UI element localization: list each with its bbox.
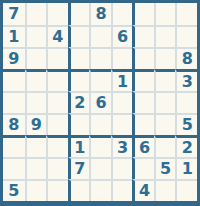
cell-r8c2[interactable]: [25, 157, 47, 179]
cell-r6c9[interactable]: 5: [175, 113, 197, 135]
cell-r2c6[interactable]: 6: [111, 25, 133, 47]
given-digit: 5: [8, 183, 19, 199]
given-digit: 3: [117, 140, 128, 156]
cell-r4c5[interactable]: [89, 69, 111, 91]
given-digit: 4: [139, 183, 150, 199]
cell-r2c1[interactable]: 1: [3, 25, 25, 47]
cell-r6c1[interactable]: 8: [3, 113, 25, 135]
given-digit: 7: [74, 161, 85, 177]
given-digit: 1: [8, 29, 19, 45]
cell-r1c7[interactable]: [132, 3, 154, 25]
cell-r7c8[interactable]: [154, 135, 176, 157]
cell-r2c4[interactable]: [68, 25, 90, 47]
cell-r1c9[interactable]: [175, 3, 197, 25]
cell-r3c2[interactable]: [25, 47, 47, 69]
cell-r4c7[interactable]: [132, 69, 154, 91]
cell-r4c6[interactable]: 1: [111, 69, 133, 91]
cell-r4c4[interactable]: [68, 69, 90, 91]
cell-r7c1[interactable]: [3, 135, 25, 157]
cell-r5c6[interactable]: [111, 91, 133, 113]
cell-r2c8[interactable]: [154, 25, 176, 47]
cell-r8c9[interactable]: 1: [175, 157, 197, 179]
cell-r5c4[interactable]: 2: [68, 91, 90, 113]
cell-r6c6[interactable]: [111, 113, 133, 135]
cell-r2c3[interactable]: 4: [46, 25, 68, 47]
given-digit: 9: [8, 51, 19, 67]
cell-r6c3[interactable]: [46, 113, 68, 135]
cell-r4c8[interactable]: [154, 69, 176, 91]
cell-r1c6[interactable]: [111, 3, 133, 25]
cell-r6c2[interactable]: 9: [25, 113, 47, 135]
cell-r7c5[interactable]: [89, 135, 111, 157]
given-digit: 9: [31, 117, 42, 133]
cell-r5c7[interactable]: [132, 91, 154, 113]
cell-r5c1[interactable]: [3, 91, 25, 113]
cell-r9c1[interactable]: 5: [3, 179, 25, 201]
cell-r4c9[interactable]: 3: [175, 69, 197, 91]
cell-r8c4[interactable]: 7: [68, 157, 90, 179]
given-digit: 5: [160, 161, 171, 177]
cell-r7c2[interactable]: [25, 135, 47, 157]
cell-r8c1[interactable]: [3, 157, 25, 179]
cell-r5c2[interactable]: [25, 91, 47, 113]
given-digit: 1: [74, 140, 85, 156]
cell-r1c4[interactable]: [68, 3, 90, 25]
cell-r6c4[interactable]: [68, 113, 90, 135]
cell-r9c4[interactable]: [68, 179, 90, 201]
cell-r3c7[interactable]: [132, 47, 154, 69]
cell-r8c7[interactable]: [132, 157, 154, 179]
cell-r6c7[interactable]: [132, 113, 154, 135]
cell-r9c3[interactable]: [46, 179, 68, 201]
cell-r3c1[interactable]: 9: [3, 47, 25, 69]
cell-r8c6[interactable]: [111, 157, 133, 179]
cell-r3c6[interactable]: [111, 47, 133, 69]
cell-r7c9[interactable]: 2: [175, 135, 197, 157]
cell-r6c8[interactable]: [154, 113, 176, 135]
given-digit: 2: [74, 95, 85, 111]
given-digit: 3: [182, 74, 193, 90]
cell-r9c2[interactable]: [25, 179, 47, 201]
given-digit: 1: [182, 161, 193, 177]
cell-r8c3[interactable]: [46, 157, 68, 179]
cell-r9c7[interactable]: 4: [132, 179, 154, 201]
cell-r7c4[interactable]: 1: [68, 135, 90, 157]
cell-r1c5[interactable]: 8: [89, 3, 111, 25]
cell-r3c5[interactable]: [89, 47, 111, 69]
cell-r9c9[interactable]: [175, 179, 197, 201]
given-digit: 6: [117, 29, 128, 45]
given-digit: 6: [139, 140, 150, 156]
cell-r1c2[interactable]: [25, 3, 47, 25]
given-digit: 4: [52, 29, 63, 45]
cell-r6c5[interactable]: [89, 113, 111, 135]
cell-r9c5[interactable]: [89, 179, 111, 201]
cell-r3c4[interactable]: [68, 47, 90, 69]
cell-r8c5[interactable]: [89, 157, 111, 179]
given-digit: 6: [95, 95, 106, 111]
cell-r4c2[interactable]: [25, 69, 47, 91]
cell-r1c1[interactable]: 7: [3, 3, 25, 25]
cell-r4c3[interactable]: [46, 69, 68, 91]
cell-r9c8[interactable]: [154, 179, 176, 201]
given-digit: 8: [8, 117, 19, 133]
given-digit: 5: [182, 117, 193, 133]
cell-r9c6[interactable]: [111, 179, 133, 201]
cell-r5c9[interactable]: [175, 91, 197, 113]
cell-r3c8[interactable]: [154, 47, 176, 69]
cell-r2c7[interactable]: [132, 25, 154, 47]
given-digit: 8: [182, 51, 193, 67]
cell-r4c1[interactable]: [3, 69, 25, 91]
cell-r1c3[interactable]: [46, 3, 68, 25]
cell-r7c6[interactable]: 3: [111, 135, 133, 157]
given-digit: 7: [8, 6, 19, 22]
given-digit: 8: [95, 6, 106, 22]
cell-r3c3[interactable]: [46, 47, 68, 69]
given-digit: 2: [182, 140, 193, 156]
given-digit: 1: [117, 74, 128, 90]
sudoku-board: 78146981326895136275154: [0, 0, 200, 206]
cell-r3c9[interactable]: 8: [175, 47, 197, 69]
cell-r7c3[interactable]: [46, 135, 68, 157]
cell-r5c5[interactable]: 6: [89, 91, 111, 113]
cell-r5c3[interactable]: [46, 91, 68, 113]
cell-r8c8[interactable]: 5: [154, 157, 176, 179]
cell-r7c7[interactable]: 6: [132, 135, 154, 157]
cell-r2c5[interactable]: [89, 25, 111, 47]
cell-r2c9[interactable]: [175, 25, 197, 47]
cell-r5c8[interactable]: [154, 91, 176, 113]
cell-r2c2[interactable]: [25, 25, 47, 47]
cell-r1c8[interactable]: [154, 3, 176, 25]
